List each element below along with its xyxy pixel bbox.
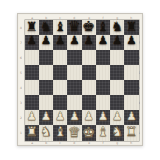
piece-white-rook[interactable]: ♜ <box>126 125 138 138</box>
square-e7[interactable]: ♟ <box>82 35 96 50</box>
piece-black-queen[interactable]: ♛ <box>68 19 81 33</box>
square-c5[interactable] <box>53 65 67 80</box>
coord-label: h <box>128 140 135 144</box>
coord-label: 1 <box>20 129 22 137</box>
piece-white-pawn[interactable]: ♟ <box>69 111 79 123</box>
square-g6[interactable] <box>110 50 124 65</box>
coord-label: e <box>85 140 92 144</box>
coord-label: 7 <box>20 38 22 46</box>
coord-label: a <box>28 140 35 144</box>
square-b4[interactable] <box>39 80 53 95</box>
piece-white-knight[interactable]: ♞ <box>111 125 123 138</box>
piece-white-pawn[interactable]: ♟ <box>83 111 93 123</box>
square-f1[interactable]: ♝ <box>96 125 110 140</box>
square-a1[interactable]: ♜ <box>25 125 39 140</box>
coord-label: 3 <box>20 99 22 107</box>
piece-black-pawn[interactable]: ♟ <box>126 35 136 47</box>
piece-white-king[interactable]: ♚ <box>82 124 95 138</box>
square-g4[interactable] <box>110 80 124 95</box>
square-h6[interactable] <box>124 50 138 65</box>
piece-white-pawn[interactable]: ♟ <box>112 111 122 123</box>
piece-black-rook[interactable]: ♜ <box>26 19 38 32</box>
board-grid: ♜♞♝♛♚♝♞♜♟♟♟♟♟♟♟♟♟♟♟♟♟♟♟♟♜♞♝♛♚♝♞♜ <box>25 20 139 141</box>
coord-label: g <box>114 140 121 144</box>
square-c7[interactable]: ♟ <box>53 35 67 50</box>
piece-white-rook[interactable]: ♜ <box>26 125 38 138</box>
coord-label: 4 <box>20 84 22 92</box>
square-f5[interactable] <box>96 65 110 80</box>
square-c4[interactable] <box>53 80 67 95</box>
piece-black-rook[interactable]: ♜ <box>126 19 138 32</box>
square-h4[interactable] <box>124 80 138 95</box>
piece-black-king[interactable]: ♚ <box>82 19 95 33</box>
piece-white-queen[interactable]: ♛ <box>68 124 81 138</box>
square-f7[interactable]: ♟ <box>96 35 110 50</box>
square-e4[interactable] <box>82 80 96 95</box>
square-g5[interactable] <box>110 65 124 80</box>
square-h5[interactable] <box>124 65 138 80</box>
square-h7[interactable]: ♟ <box>124 35 138 50</box>
piece-black-pawn[interactable]: ♟ <box>83 35 93 47</box>
coord-label: f <box>99 140 106 144</box>
square-e6[interactable] <box>82 50 96 65</box>
piece-black-knight[interactable]: ♞ <box>111 19 123 32</box>
coord-label: b <box>42 140 49 144</box>
piece-black-pawn[interactable]: ♟ <box>98 35 108 47</box>
square-e5[interactable] <box>82 65 96 80</box>
coord-label: d <box>71 140 78 144</box>
square-a4[interactable] <box>25 80 39 95</box>
piece-white-pawn[interactable]: ♟ <box>55 111 65 123</box>
square-b6[interactable] <box>39 50 53 65</box>
square-c1[interactable]: ♝ <box>53 125 67 140</box>
coord-label: c <box>57 140 64 144</box>
piece-black-knight[interactable]: ♞ <box>40 19 52 32</box>
square-e1[interactable]: ♚ <box>82 125 96 140</box>
square-b7[interactable]: ♟ <box>39 35 53 50</box>
piece-black-pawn[interactable]: ♟ <box>112 35 122 47</box>
square-c6[interactable] <box>53 50 67 65</box>
piece-white-knight[interactable]: ♞ <box>40 125 52 138</box>
piece-white-bishop[interactable]: ♝ <box>97 125 109 138</box>
piece-black-bishop[interactable]: ♝ <box>97 19 109 32</box>
square-a6[interactable] <box>25 50 39 65</box>
square-d1[interactable]: ♛ <box>67 125 81 140</box>
square-b5[interactable] <box>39 65 53 80</box>
piece-white-pawn[interactable]: ♟ <box>41 111 51 123</box>
square-d5[interactable] <box>67 65 81 80</box>
piece-black-pawn[interactable]: ♟ <box>26 35 36 47</box>
piece-black-bishop[interactable]: ♝ <box>54 19 66 32</box>
piece-white-bishop[interactable]: ♝ <box>54 125 66 138</box>
square-a7[interactable]: ♟ <box>25 35 39 50</box>
coord-label: 2 <box>20 114 22 122</box>
square-g7[interactable]: ♟ <box>110 35 124 50</box>
piece-black-pawn[interactable]: ♟ <box>41 35 51 47</box>
square-g1[interactable]: ♞ <box>110 125 124 140</box>
piece-white-pawn[interactable]: ♟ <box>98 111 108 123</box>
coord-label: 6 <box>20 54 22 62</box>
chess-board: abcdefgh abcdefgh 87654321 87654321 ♜♞♝♛… <box>17 13 143 146</box>
piece-white-pawn[interactable]: ♟ <box>26 111 36 123</box>
square-f4[interactable] <box>96 80 110 95</box>
square-d6[interactable] <box>67 50 81 65</box>
square-d4[interactable] <box>67 80 81 95</box>
piece-white-pawn[interactable]: ♟ <box>126 111 136 123</box>
rank-labels-left: 87654321 <box>19 20 24 141</box>
square-h1[interactable]: ♜ <box>124 125 138 140</box>
square-a5[interactable] <box>25 65 39 80</box>
square-b1[interactable]: ♞ <box>39 125 53 140</box>
photo-background: { "game": "chess", "position": { "fen": … <box>0 0 160 160</box>
piece-black-pawn[interactable]: ♟ <box>69 35 79 47</box>
square-f6[interactable] <box>96 50 110 65</box>
piece-black-pawn[interactable]: ♟ <box>55 35 65 47</box>
square-d7[interactable]: ♟ <box>67 35 81 50</box>
coord-label: 5 <box>20 69 22 77</box>
coord-label: 8 <box>20 23 22 31</box>
